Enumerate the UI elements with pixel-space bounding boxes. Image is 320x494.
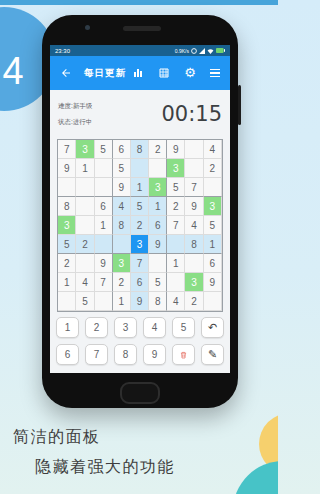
phone-screen: 23:30 0.9K/s 每日更新 ⚙ 难度:新手级 状态:进行中 xyxy=(50,45,230,373)
sudoku-cell-r9c3[interactable] xyxy=(95,292,113,311)
keypad-row-1: 1 2 3 4 5 ↶ xyxy=(56,317,224,338)
key-2[interactable]: 2 xyxy=(85,317,108,338)
sudoku-cell-r4c1[interactable]: 8 xyxy=(58,197,76,216)
sudoku-cell-r6c9[interactable]: 1 xyxy=(204,235,222,254)
decorative-teal-circle xyxy=(233,461,278,494)
sudoku-cell-r1c8[interactable] xyxy=(185,140,203,159)
sudoku-cell-r7c9[interactable]: 6 xyxy=(204,254,222,273)
alarm-icon xyxy=(191,48,197,54)
caption-line-2: 隐藏着强大的功能 xyxy=(35,457,175,478)
sudoku-cell-r1c5[interactable]: 8 xyxy=(131,140,149,159)
trash-icon xyxy=(179,349,188,361)
sudoku-cell-r1c7[interactable]: 9 xyxy=(167,140,185,159)
sudoku-cell-r2c8[interactable] xyxy=(185,159,203,178)
sudoku-cell-r8c4[interactable]: 2 xyxy=(113,273,131,292)
phone-mockup: 23:30 0.9K/s 每日更新 ⚙ 难度:新手级 状态:进行中 xyxy=(42,15,238,408)
home-button xyxy=(120,382,160,404)
key-1[interactable]: 1 xyxy=(56,317,79,338)
sudoku-cell-r1c4[interactable]: 6 xyxy=(113,140,131,159)
sudoku-cell-r7c8[interactable] xyxy=(185,254,203,273)
sudoku-cell-r5c6[interactable]: 6 xyxy=(149,216,167,235)
sudoku-cell-r9c9[interactable] xyxy=(204,292,222,311)
sudoku-cell-r8c1[interactable]: 1 xyxy=(58,273,76,292)
sudoku-cell-r2c9[interactable]: 2 xyxy=(204,159,222,178)
app-bar-actions: ⚙ xyxy=(132,67,220,79)
sudoku-cell-r4c3[interactable]: 6 xyxy=(95,197,113,216)
signal-icon xyxy=(199,48,205,54)
sudoku-cell-r2c4[interactable]: 5 xyxy=(113,159,131,178)
sudoku-cell-r4c2[interactable] xyxy=(76,197,94,216)
front-camera xyxy=(85,25,90,30)
back-arrow-icon[interactable] xyxy=(60,67,72,79)
key-5[interactable]: 5 xyxy=(172,317,195,338)
difficulty-label: 难度:新手级 xyxy=(58,102,92,111)
sudoku-cell-r9c4[interactable]: 1 xyxy=(113,292,131,311)
sudoku-cell-r2c6[interactable] xyxy=(149,159,167,178)
sudoku-cell-r7c2[interactable] xyxy=(76,254,94,273)
key-4[interactable]: 4 xyxy=(143,317,166,338)
sudoku-cell-r9c6[interactable]: 8 xyxy=(149,292,167,311)
sudoku-grid: 7356829491532913578645129331826745523981… xyxy=(57,139,223,312)
undo-button[interactable]: ↶ xyxy=(201,317,224,338)
overflow-menu-icon[interactable] xyxy=(210,69,220,78)
sudoku-cell-r5c4[interactable]: 8 xyxy=(113,216,131,235)
pencil-icon: ✎ xyxy=(208,348,217,361)
sudoku-cell-r3c5[interactable]: 1 xyxy=(131,178,149,197)
sudoku-cell-r1c9[interactable]: 4 xyxy=(204,140,222,159)
sudoku-cell-r3c3[interactable] xyxy=(95,178,113,197)
sudoku-cell-r3c7[interactable]: 5 xyxy=(167,178,185,197)
sudoku-cell-r7c4[interactable]: 3 xyxy=(113,254,131,273)
sudoku-cell-r6c1[interactable]: 5 xyxy=(58,235,76,254)
sudoku-cell-r9c5[interactable]: 9 xyxy=(131,292,149,311)
step-badge-number: 4 xyxy=(2,50,23,93)
sudoku-cell-r6c2[interactable]: 2 xyxy=(76,235,94,254)
key-9[interactable]: 9 xyxy=(143,344,166,365)
sudoku-cell-r9c1[interactable] xyxy=(58,292,76,311)
sudoku-cell-r6c6[interactable]: 9 xyxy=(149,235,167,254)
sudoku-cell-r5c5[interactable]: 2 xyxy=(131,216,149,235)
sudoku-cell-r9c2[interactable]: 5 xyxy=(76,292,94,311)
sudoku-cell-r1c1[interactable]: 7 xyxy=(58,140,76,159)
sudoku-cell-r4c9[interactable]: 3 xyxy=(204,197,222,216)
sudoku-cell-r3c2[interactable] xyxy=(76,178,94,197)
sudoku-cell-r4c4[interactable]: 4 xyxy=(113,197,131,216)
sudoku-cell-r6c8[interactable]: 8 xyxy=(185,235,203,254)
sudoku-cell-r2c2[interactable]: 1 xyxy=(76,159,94,178)
sudoku-cell-r2c5[interactable] xyxy=(131,159,149,178)
sudoku-cell-r5c8[interactable]: 4 xyxy=(185,216,203,235)
sudoku-cell-r2c3[interactable] xyxy=(95,159,113,178)
sudoku-cell-r7c7[interactable]: 1 xyxy=(167,254,185,273)
net-speed: 0.9K/s xyxy=(175,48,189,54)
sudoku-cell-r5c7[interactable]: 7 xyxy=(167,216,185,235)
sudoku-cell-r7c3[interactable]: 9 xyxy=(95,254,113,273)
caption-line-1: 简洁的面板 xyxy=(13,427,101,448)
sudoku-cell-r6c5[interactable]: 3 xyxy=(131,235,149,254)
earpiece-speaker xyxy=(123,26,161,31)
sudoku-cell-r8c9[interactable]: 9 xyxy=(204,273,222,292)
sudoku-cell-r7c6[interactable] xyxy=(149,254,167,273)
sudoku-cell-r5c9[interactable]: 5 xyxy=(204,216,222,235)
sudoku-cell-r1c3[interactable]: 5 xyxy=(95,140,113,159)
game-timer: 00:15 xyxy=(161,102,222,126)
sudoku-cell-r2c1[interactable]: 9 xyxy=(58,159,76,178)
sudoku-cell-r8c6[interactable]: 5 xyxy=(149,273,167,292)
sudoku-cell-r6c4[interactable] xyxy=(113,235,131,254)
app-bar: 每日更新 ⚙ xyxy=(50,56,230,90)
new-grid-icon[interactable] xyxy=(158,67,170,79)
sudoku-cell-r4c8[interactable]: 9 xyxy=(185,197,203,216)
status-label: 状态:进行中 xyxy=(58,118,92,127)
sudoku-cell-r3c4[interactable]: 9 xyxy=(113,178,131,197)
top-accent-strip xyxy=(0,0,278,5)
key-8[interactable]: 8 xyxy=(114,344,137,365)
sudoku-cell-r3c6[interactable]: 3 xyxy=(149,178,167,197)
sudoku-cell-r8c2[interactable]: 4 xyxy=(76,273,94,292)
sudoku-cell-r8c5[interactable]: 6 xyxy=(131,273,149,292)
power-button xyxy=(238,85,241,125)
sudoku-cell-r3c8[interactable]: 7 xyxy=(185,178,203,197)
sudoku-cell-r9c7[interactable]: 4 xyxy=(167,292,185,311)
settings-gear-icon[interactable]: ⚙ xyxy=(184,67,196,79)
number-keypad: 1 2 3 4 5 ↶ 6 7 8 9 ✎ xyxy=(50,317,230,365)
status-time: 23:30 xyxy=(55,48,70,54)
status-icons: 0.9K/s xyxy=(175,48,225,54)
sudoku-cell-r8c8[interactable]: 3 xyxy=(185,273,203,292)
sudoku-cell-r3c1[interactable] xyxy=(58,178,76,197)
sudoku-cell-r7c1[interactable]: 2 xyxy=(58,254,76,273)
sudoku-cell-r8c3[interactable]: 7 xyxy=(95,273,113,292)
app-bar-title: 每日更新 xyxy=(84,67,126,80)
sudoku-cell-r6c7[interactable] xyxy=(167,235,185,254)
sudoku-cell-r2c7[interactable]: 3 xyxy=(167,159,185,178)
sudoku-cell-r5c3[interactable]: 1 xyxy=(95,216,113,235)
sudoku-cell-r4c5[interactable]: 5 xyxy=(131,197,149,216)
sudoku-cell-r9c8[interactable]: 2 xyxy=(185,292,203,311)
sudoku-cell-r5c2[interactable] xyxy=(76,216,94,235)
wifi-icon xyxy=(207,48,214,54)
key-3[interactable]: 3 xyxy=(114,317,137,338)
sudoku-cell-r4c7[interactable]: 2 xyxy=(167,197,185,216)
sudoku-cell-r1c6[interactable]: 2 xyxy=(149,140,167,159)
stats-icon[interactable] xyxy=(132,67,144,79)
battery-icon xyxy=(216,48,225,53)
game-info-panel: 难度:新手级 状态:进行中 00:15 xyxy=(50,90,230,138)
sudoku-cell-r1c2[interactable]: 3 xyxy=(76,140,94,159)
sudoku-cell-r4c6[interactable]: 1 xyxy=(149,197,167,216)
sudoku-cell-r8c7[interactable] xyxy=(167,273,185,292)
keypad-row-2: 6 7 8 9 ✎ xyxy=(56,344,224,365)
erase-button[interactable] xyxy=(172,344,195,365)
key-6[interactable]: 6 xyxy=(56,344,79,365)
key-7[interactable]: 7 xyxy=(85,344,108,365)
sudoku-cell-r6c3[interactable] xyxy=(95,235,113,254)
sudoku-cell-r7c5[interactable]: 7 xyxy=(131,254,149,273)
pencil-button[interactable]: ✎ xyxy=(201,344,224,365)
undo-icon: ↶ xyxy=(208,321,217,334)
sudoku-cell-r3c9[interactable] xyxy=(204,178,222,197)
sudoku-cell-r5c1[interactable]: 3 xyxy=(58,216,76,235)
status-bar: 23:30 0.9K/s xyxy=(50,45,230,56)
